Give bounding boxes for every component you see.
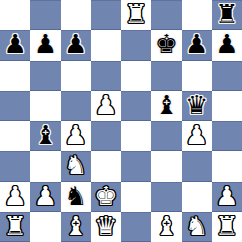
- square-c8[interactable]: [61, 0, 91, 30]
- square-f8[interactable]: [151, 0, 181, 30]
- square-a5[interactable]: [0, 91, 30, 121]
- square-e4[interactable]: [121, 121, 151, 151]
- square-d1[interactable]: ♛: [91, 212, 121, 242]
- square-g4[interactable]: ♟: [182, 121, 212, 151]
- white-rook[interactable]: ♜: [3, 213, 26, 239]
- chess-board-container: ♜♜♟♟♟♚♟♟♟♝♛♝♟♟♞♟♟♞♚♟♜♝♛♝♞♜: [0, 0, 242, 242]
- black-bishop[interactable]: ♝: [34, 122, 57, 148]
- square-f6[interactable]: [151, 61, 181, 91]
- white-rook[interactable]: ♜: [124, 1, 147, 27]
- square-h7[interactable]: ♟: [212, 30, 242, 60]
- white-pawn[interactable]: ♟: [215, 183, 238, 209]
- white-pawn[interactable]: ♟: [34, 183, 57, 209]
- black-bishop[interactable]: ♝: [155, 92, 178, 118]
- square-g5[interactable]: ♛: [182, 91, 212, 121]
- square-f1[interactable]: ♝: [151, 212, 181, 242]
- square-g2[interactable]: [182, 182, 212, 212]
- square-g8[interactable]: [182, 0, 212, 30]
- square-f5[interactable]: ♝: [151, 91, 181, 121]
- black-pawn[interactable]: ♟: [215, 31, 238, 57]
- square-f3[interactable]: [151, 151, 181, 181]
- square-g3[interactable]: [182, 151, 212, 181]
- white-king[interactable]: ♚: [94, 183, 117, 209]
- white-pawn[interactable]: ♟: [64, 122, 87, 148]
- square-d2[interactable]: ♚: [91, 182, 121, 212]
- white-pawn[interactable]: ♟: [94, 92, 117, 118]
- square-a2[interactable]: ♟: [0, 182, 30, 212]
- square-d3[interactable]: [91, 151, 121, 181]
- square-g7[interactable]: ♟: [182, 30, 212, 60]
- square-a6[interactable]: [0, 61, 30, 91]
- black-pawn[interactable]: ♟: [64, 31, 87, 57]
- square-d8[interactable]: [91, 0, 121, 30]
- square-b4[interactable]: ♝: [30, 121, 60, 151]
- white-knight[interactable]: ♞: [185, 213, 208, 239]
- square-c6[interactable]: [61, 61, 91, 91]
- white-knight[interactable]: ♞: [64, 152, 87, 178]
- square-f2[interactable]: [151, 182, 181, 212]
- square-f7[interactable]: ♚: [151, 30, 181, 60]
- chess-board: ♜♜♟♟♟♚♟♟♟♝♛♝♟♟♞♟♟♞♚♟♜♝♛♝♞♜: [0, 0, 242, 242]
- square-h5[interactable]: [212, 91, 242, 121]
- square-e1[interactable]: [121, 212, 151, 242]
- square-e8[interactable]: ♜: [121, 0, 151, 30]
- black-pawn[interactable]: ♟: [185, 31, 208, 57]
- white-bishop[interactable]: ♝: [155, 213, 178, 239]
- black-pawn[interactable]: ♟: [34, 31, 57, 57]
- square-c7[interactable]: ♟: [61, 30, 91, 60]
- square-c4[interactable]: ♟: [61, 121, 91, 151]
- square-d7[interactable]: [91, 30, 121, 60]
- square-b8[interactable]: [30, 0, 60, 30]
- square-b6[interactable]: [30, 61, 60, 91]
- square-e3[interactable]: [121, 151, 151, 181]
- square-a4[interactable]: [0, 121, 30, 151]
- square-c5[interactable]: [61, 91, 91, 121]
- square-e6[interactable]: [121, 61, 151, 91]
- square-g1[interactable]: ♞: [182, 212, 212, 242]
- square-h4[interactable]: [212, 121, 242, 151]
- square-d6[interactable]: [91, 61, 121, 91]
- square-e7[interactable]: [121, 30, 151, 60]
- square-h8[interactable]: ♜: [212, 0, 242, 30]
- square-c1[interactable]: ♝: [61, 212, 91, 242]
- square-d5[interactable]: ♟: [91, 91, 121, 121]
- square-b2[interactable]: ♟: [30, 182, 60, 212]
- white-bishop[interactable]: ♝: [64, 213, 87, 239]
- square-b7[interactable]: ♟: [30, 30, 60, 60]
- square-h6[interactable]: [212, 61, 242, 91]
- square-b5[interactable]: [30, 91, 60, 121]
- black-rook[interactable]: ♜: [215, 1, 238, 27]
- black-king[interactable]: ♚: [155, 31, 178, 57]
- square-c2[interactable]: ♞: [61, 182, 91, 212]
- white-queen[interactable]: ♛: [94, 213, 117, 239]
- square-a3[interactable]: [0, 151, 30, 181]
- square-a7[interactable]: ♟: [0, 30, 30, 60]
- square-a8[interactable]: [0, 0, 30, 30]
- square-g6[interactable]: [182, 61, 212, 91]
- square-b1[interactable]: [30, 212, 60, 242]
- white-rook[interactable]: ♜: [215, 213, 238, 239]
- black-pawn[interactable]: ♟: [3, 31, 26, 57]
- square-h3[interactable]: [212, 151, 242, 181]
- black-queen[interactable]: ♛: [185, 92, 208, 118]
- square-f4[interactable]: [151, 121, 181, 151]
- square-d4[interactable]: [91, 121, 121, 151]
- square-c3[interactable]: ♞: [61, 151, 91, 181]
- square-b3[interactable]: [30, 151, 60, 181]
- square-h2[interactable]: ♟: [212, 182, 242, 212]
- square-a1[interactable]: ♜: [0, 212, 30, 242]
- black-knight[interactable]: ♞: [64, 183, 87, 209]
- square-e5[interactable]: [121, 91, 151, 121]
- square-e2[interactable]: [121, 182, 151, 212]
- square-h1[interactable]: ♜: [212, 212, 242, 242]
- white-pawn[interactable]: ♟: [185, 122, 208, 148]
- white-pawn[interactable]: ♟: [3, 183, 26, 209]
